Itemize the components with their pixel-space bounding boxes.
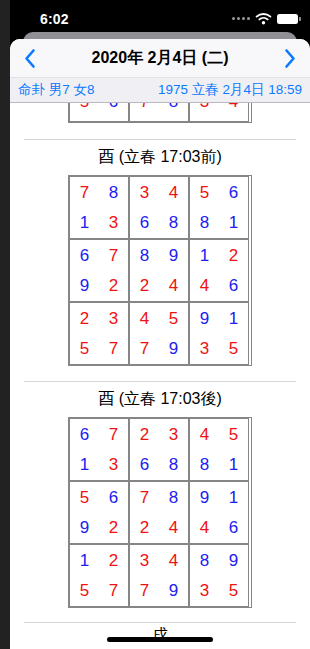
star-number: 5	[198, 184, 212, 201]
star-number: 3	[107, 456, 121, 473]
star-number-line: 23	[70, 310, 128, 327]
star-number-line: 57	[70, 340, 128, 357]
star-number-line: 57	[70, 582, 128, 599]
star-number: 2	[138, 426, 152, 443]
star-number: 6	[107, 103, 121, 110]
star-number-line: 78	[130, 103, 188, 110]
star-number: 8	[167, 103, 181, 110]
star-number-line: 92	[70, 519, 128, 536]
star-number: 3	[107, 310, 121, 327]
iphone-screen: 6:02 2020年 2月4日 (二)	[10, 0, 310, 649]
star-number-line: 79	[130, 340, 188, 357]
star-number: 5	[78, 103, 92, 110]
star-number: 4	[198, 277, 212, 294]
star-number: 8	[167, 456, 181, 473]
star-number: 2	[138, 519, 152, 536]
star-number: 6	[227, 519, 241, 536]
star-number: 8	[107, 184, 121, 201]
palace-cell: 7813	[69, 176, 129, 239]
star-number-line: 45	[190, 426, 248, 443]
date-title: 2020年 2月4日 (二)	[92, 48, 229, 69]
calendar-card: 2020年 2月4日 (二) 命卦 男7 女8 1975 立春 2月4日 18:…	[10, 39, 310, 649]
palace-cell: 2368	[129, 418, 189, 481]
star-number: 8	[198, 456, 212, 473]
star-number-line: 34	[130, 184, 188, 201]
star-number: 5	[227, 426, 241, 443]
cellular-signal-icon	[232, 17, 250, 20]
star-number: 2	[107, 277, 121, 294]
star-number: 5	[227, 340, 241, 357]
status-bar: 6:02	[10, 0, 310, 33]
star-number: 7	[107, 340, 121, 357]
star-number-line: 35	[190, 582, 248, 599]
star-number-line: 91	[190, 489, 248, 506]
star-number: 4	[198, 519, 212, 536]
star-number-line: 92	[70, 277, 128, 294]
palace-cell: 56	[69, 103, 129, 122]
section-divider	[24, 381, 296, 382]
status-icons	[232, 12, 298, 25]
star-number: 6	[138, 456, 152, 473]
star-number: 5	[227, 582, 241, 599]
life-gua-label: 命卦 男7 女8	[18, 81, 95, 99]
star-number: 2	[107, 519, 121, 536]
star-number: 1	[227, 489, 241, 506]
status-time: 6:02	[40, 11, 69, 27]
hour-chart-heading-before: 酉 (立春 17:03前)	[10, 146, 310, 168]
next-day-button[interactable]	[284, 48, 296, 69]
star-number: 9	[167, 247, 181, 264]
star-number: 6	[227, 277, 241, 294]
star-number: 4	[167, 552, 181, 569]
star-number: 3	[198, 582, 212, 599]
palace-cell: 9146	[189, 481, 249, 544]
star-number-line: 78	[130, 489, 188, 506]
star-number: 4	[138, 310, 152, 327]
star-number-line: 79	[130, 582, 188, 599]
date-navigation-bar: 2020年 2月4日 (二)	[10, 39, 310, 77]
palace-cell: 78	[129, 103, 189, 122]
star-number: 2	[107, 552, 121, 569]
star-number: 5	[78, 489, 92, 506]
star-number-line: 46	[190, 519, 248, 536]
star-number-line: 56	[190, 184, 248, 201]
star-number: 7	[107, 582, 121, 599]
palace-cell: 1246	[189, 239, 249, 302]
section-divider	[24, 622, 296, 623]
star-number-line: 35	[190, 340, 248, 357]
previous-hour-chart-fragment: 567834	[10, 103, 310, 124]
star-number-line: 81	[190, 214, 248, 231]
star-number: 9	[167, 582, 181, 599]
star-number-line: 24	[130, 519, 188, 536]
star-number-line: 12	[190, 247, 248, 264]
star-number-line: 13	[70, 456, 128, 473]
star-number: 3	[198, 103, 212, 110]
palace-cell: 9135	[189, 302, 249, 365]
star-number: 8	[198, 214, 212, 231]
star-number-line: 89	[190, 552, 248, 569]
info-bar: 命卦 男7 女8 1975 立春 2月4日 18:59	[10, 77, 310, 103]
star-number: 9	[227, 552, 241, 569]
charts-scroll-area[interactable]: 567834 酉 (立春 17:03前) 7813346856816792892…	[10, 103, 310, 649]
star-number: 6	[227, 184, 241, 201]
palace-cell: 1257	[69, 544, 129, 607]
chevron-left-icon	[24, 48, 36, 69]
star-number: 4	[227, 103, 241, 110]
star-number: 2	[227, 247, 241, 264]
star-number: 7	[138, 340, 152, 357]
wifi-icon	[255, 12, 272, 25]
star-number: 8	[138, 247, 152, 264]
star-number: 9	[78, 519, 92, 536]
star-number-line: 78	[70, 184, 128, 201]
chevron-right-icon	[284, 48, 296, 69]
star-number: 5	[167, 310, 181, 327]
star-number-line: 46	[190, 277, 248, 294]
star-number: 9	[167, 340, 181, 357]
star-number: 4	[167, 184, 181, 201]
palace-cell: 2357	[69, 302, 129, 365]
star-number-line: 45	[130, 310, 188, 327]
solar-term-label: 1975 立春 2月4日 18:59	[158, 81, 302, 99]
star-number: 3	[198, 340, 212, 357]
star-number-line: 23	[130, 426, 188, 443]
palace-cell: 3468	[129, 176, 189, 239]
star-number: 8	[198, 552, 212, 569]
star-number: 7	[78, 184, 92, 201]
star-number: 3	[138, 552, 152, 569]
star-number: 1	[78, 552, 92, 569]
palace-cell: 8935	[189, 544, 249, 607]
star-number: 2	[78, 310, 92, 327]
star-number: 1	[78, 214, 92, 231]
star-number: 1	[227, 310, 241, 327]
battery-icon	[277, 14, 298, 24]
star-number: 4	[198, 426, 212, 443]
star-number: 9	[198, 489, 212, 506]
star-number: 7	[138, 489, 152, 506]
palace-cell: 6792	[69, 239, 129, 302]
flying-star-chart-before: 781334685681679289241246235745799135	[68, 175, 252, 366]
palace-cell: 6713	[69, 418, 129, 481]
star-number-line: 34	[190, 103, 248, 110]
palace-cell: 4579	[129, 302, 189, 365]
star-number-line: 13	[70, 214, 128, 231]
palace-cell: 7824	[129, 481, 189, 544]
previous-day-button[interactable]	[24, 48, 36, 69]
star-number: 5	[78, 340, 92, 357]
star-number: 1	[227, 456, 241, 473]
palace-cell: 5681	[189, 176, 249, 239]
star-number-line: 67	[70, 426, 128, 443]
star-number: 2	[138, 277, 152, 294]
star-number-line: 89	[130, 247, 188, 264]
star-number-line: 56	[70, 103, 128, 110]
star-number-line: 67	[70, 247, 128, 264]
palace-cell: 34	[189, 103, 249, 122]
star-number-line: 56	[70, 489, 128, 506]
star-number: 6	[138, 214, 152, 231]
star-number: 7	[107, 247, 121, 264]
star-number: 7	[138, 103, 152, 110]
star-number: 5	[78, 582, 92, 599]
star-number: 7	[107, 426, 121, 443]
star-number: 1	[227, 214, 241, 231]
star-number: 9	[198, 310, 212, 327]
star-number: 8	[167, 489, 181, 506]
star-number: 6	[78, 426, 92, 443]
star-number: 3	[107, 214, 121, 231]
star-number-line: 12	[70, 552, 128, 569]
star-number: 4	[167, 277, 181, 294]
palace-cell: 8924	[129, 239, 189, 302]
star-number: 1	[78, 456, 92, 473]
flying-star-chart-after: 671323684581569278249146125734798935	[68, 417, 252, 608]
star-number: 6	[78, 247, 92, 264]
star-number-line: 24	[130, 277, 188, 294]
star-number: 1	[198, 247, 212, 264]
star-number: 4	[167, 519, 181, 536]
palace-cell: 4581	[189, 418, 249, 481]
section-divider	[24, 139, 296, 140]
star-number: 9	[78, 277, 92, 294]
flying-star-chart-fragment: 567834	[68, 103, 252, 123]
star-number-line: 68	[130, 456, 188, 473]
star-number-line: 34	[130, 552, 188, 569]
star-number: 7	[138, 582, 152, 599]
palace-cell: 3479	[129, 544, 189, 607]
star-number: 3	[167, 426, 181, 443]
home-indicator[interactable]	[107, 637, 213, 642]
hour-chart-heading-after: 酉 (立春 17:03後)	[10, 388, 310, 410]
star-number: 6	[107, 489, 121, 506]
star-number: 8	[167, 214, 181, 231]
star-number-line: 81	[190, 456, 248, 473]
star-number-line: 91	[190, 310, 248, 327]
star-number: 3	[138, 184, 152, 201]
star-number-line: 68	[130, 214, 188, 231]
palace-cell: 5692	[69, 481, 129, 544]
